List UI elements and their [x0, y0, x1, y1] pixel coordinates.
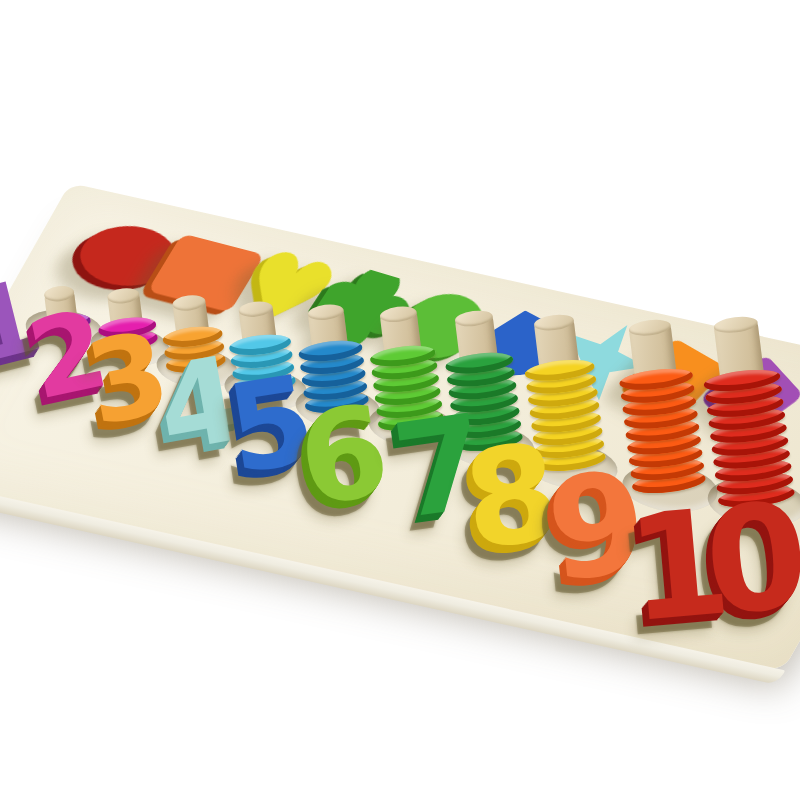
product-photo-scene: ♥ 1122334455667788991010 — [0, 0, 800, 800]
peg-top-face — [238, 300, 274, 319]
peg-top-face — [107, 287, 141, 306]
peg-top-face — [454, 309, 494, 329]
peg-top-face — [379, 305, 418, 324]
number-block-10: 1010 — [622, 483, 791, 642]
peg-top-face — [628, 318, 672, 338]
peg-top-face — [712, 315, 758, 335]
peg-top-face — [171, 294, 206, 313]
peg-top-face — [307, 303, 345, 322]
peg-top-face — [533, 313, 575, 333]
number-glyph: 10 — [622, 483, 791, 642]
